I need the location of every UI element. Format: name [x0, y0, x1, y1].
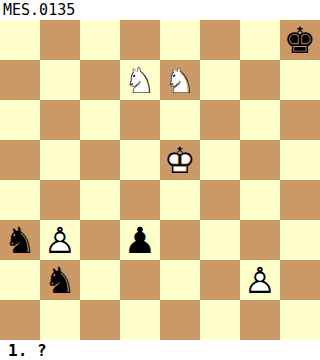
- square-d8[interactable]: [120, 20, 160, 60]
- square-f5[interactable]: [200, 140, 240, 180]
- piece-fill-glyph: ♚: [280, 20, 320, 60]
- chess-board: ♚♞♘♞♘♚♔♞♟♙♟♞♟♙: [0, 20, 320, 340]
- square-d1[interactable]: [120, 300, 160, 340]
- square-g3[interactable]: [240, 220, 280, 260]
- square-a1[interactable]: [0, 300, 40, 340]
- square-b3[interactable]: ♟♙: [40, 220, 80, 260]
- square-d4[interactable]: [120, 180, 160, 220]
- square-f4[interactable]: [200, 180, 240, 220]
- square-g8[interactable]: [240, 20, 280, 60]
- piece-fill-glyph: ♞: [0, 220, 40, 260]
- white-king-piece: ♚♔: [160, 140, 200, 180]
- square-a7[interactable]: [0, 60, 40, 100]
- white-pawn-piece: ♟♙: [240, 260, 280, 300]
- black-king-piece: ♚: [280, 20, 320, 60]
- square-a2[interactable]: [0, 260, 40, 300]
- black-pawn-piece: ♟: [120, 220, 160, 260]
- puzzle-title: MES.0135: [3, 1, 75, 19]
- square-b2[interactable]: ♞: [40, 260, 80, 300]
- square-e3[interactable]: [160, 220, 200, 260]
- square-a4[interactable]: [0, 180, 40, 220]
- square-f2[interactable]: [200, 260, 240, 300]
- square-f1[interactable]: [200, 300, 240, 340]
- square-f7[interactable]: [200, 60, 240, 100]
- square-b5[interactable]: [40, 140, 80, 180]
- square-b4[interactable]: [40, 180, 80, 220]
- square-b6[interactable]: [40, 100, 80, 140]
- square-h3[interactable]: [280, 220, 320, 260]
- square-c4[interactable]: [80, 180, 120, 220]
- square-g6[interactable]: [240, 100, 280, 140]
- square-c1[interactable]: [80, 300, 120, 340]
- square-h6[interactable]: [280, 100, 320, 140]
- square-a8[interactable]: [0, 20, 40, 60]
- white-knight-piece: ♞♘: [160, 60, 200, 100]
- piece-fill-glyph: ♞: [40, 260, 80, 300]
- square-c8[interactable]: [80, 20, 120, 60]
- piece-fill-glyph: ♟: [120, 220, 160, 260]
- square-e1[interactable]: [160, 300, 200, 340]
- square-c7[interactable]: [80, 60, 120, 100]
- piece-outline-glyph: ♘: [160, 60, 200, 100]
- square-h7[interactable]: [280, 60, 320, 100]
- square-d3[interactable]: ♟: [120, 220, 160, 260]
- square-e8[interactable]: [160, 20, 200, 60]
- square-g5[interactable]: [240, 140, 280, 180]
- square-f6[interactable]: [200, 100, 240, 140]
- square-g1[interactable]: [240, 300, 280, 340]
- puzzle-footer: 1. ?: [0, 340, 320, 360]
- piece-outline-glyph: ♙: [240, 260, 280, 300]
- square-b8[interactable]: [40, 20, 80, 60]
- black-knight-piece: ♞: [40, 260, 80, 300]
- square-e7[interactable]: ♞♘: [160, 60, 200, 100]
- square-h2[interactable]: [280, 260, 320, 300]
- square-h1[interactable]: [280, 300, 320, 340]
- square-c6[interactable]: [80, 100, 120, 140]
- square-d7[interactable]: ♞♘: [120, 60, 160, 100]
- square-e6[interactable]: [160, 100, 200, 140]
- piece-outline-glyph: ♘: [120, 60, 160, 100]
- square-c3[interactable]: [80, 220, 120, 260]
- black-knight-piece: ♞: [0, 220, 40, 260]
- square-h8[interactable]: ♚: [280, 20, 320, 60]
- square-a3[interactable]: ♞: [0, 220, 40, 260]
- square-h4[interactable]: [280, 180, 320, 220]
- square-c5[interactable]: [80, 140, 120, 180]
- square-a6[interactable]: [0, 100, 40, 140]
- white-knight-piece: ♞♘: [120, 60, 160, 100]
- square-d2[interactable]: [120, 260, 160, 300]
- move-prompt: 1. ?: [8, 341, 47, 360]
- piece-outline-glyph: ♔: [160, 140, 200, 180]
- square-h5[interactable]: [280, 140, 320, 180]
- puzzle-header: MES.0135: [0, 0, 320, 20]
- square-b1[interactable]: [40, 300, 80, 340]
- square-e5[interactable]: ♚♔: [160, 140, 200, 180]
- square-e2[interactable]: [160, 260, 200, 300]
- white-pawn-piece: ♟♙: [40, 220, 80, 260]
- square-d6[interactable]: [120, 100, 160, 140]
- square-f3[interactable]: [200, 220, 240, 260]
- square-g7[interactable]: [240, 60, 280, 100]
- square-g4[interactable]: [240, 180, 280, 220]
- square-f8[interactable]: [200, 20, 240, 60]
- square-b7[interactable]: [40, 60, 80, 100]
- square-c2[interactable]: [80, 260, 120, 300]
- square-d5[interactable]: [120, 140, 160, 180]
- square-e4[interactable]: [160, 180, 200, 220]
- square-g2[interactable]: ♟♙: [240, 260, 280, 300]
- piece-outline-glyph: ♙: [40, 220, 80, 260]
- square-a5[interactable]: [0, 140, 40, 180]
